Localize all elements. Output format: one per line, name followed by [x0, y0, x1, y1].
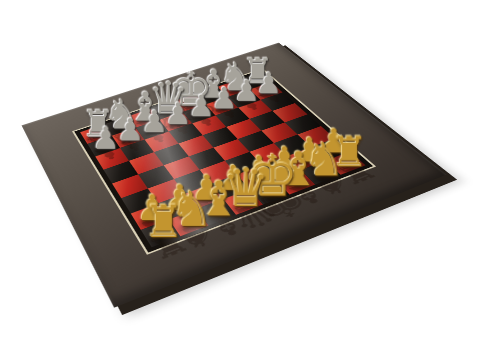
piece-white-rook: ♜ [143, 199, 183, 244]
board-perspective-wrapper: ♜♞♝♛♚♝♞♜♟♟♟♟♟♟♟♟♟♟♟♟♟♟♟♟♜♞♝♛♚♝♞♜ ♜♞♝♛♚♝♞… [0, 0, 480, 361]
square-a1: ♜ [141, 219, 181, 247]
chess-set-product-photo: ♜♞♝♛♚♝♞♜♟♟♟♟♟♟♟♟♟♟♟♟♟♟♟♟♜♞♝♛♚♝♞♜ ♜♞♝♛♚♝♞… [0, 0, 480, 361]
square-a7: ♟ [87, 136, 120, 157]
board-playfield: ♜♞♝♛♚♝♞♜♟♟♟♟♟♟♟♟♟♟♟♟♟♟♟♟♜♞♝♛♚♝♞♜ ♜♞♝♛♚♝♞… [72, 68, 376, 255]
chess-board: ♜♞♝♛♚♝♞♜♟♟♟♟♟♟♟♟♟♟♟♟♟♟♟♟♜♞♝♛♚♝♞♜ ♜♞♝♛♚♝♞… [22, 43, 447, 308]
board-grid: ♜♞♝♛♚♝♞♜♟♟♟♟♟♟♟♟♟♟♟♟♟♟♟♟♜♞♝♛♚♝♞♜ [80, 73, 365, 248]
